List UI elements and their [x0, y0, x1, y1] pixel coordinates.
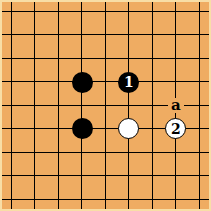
intersection-r4-c6[interactable]: 1 — [117, 70, 140, 93]
intersection-r7-c7[interactable] — [141, 141, 164, 164]
intersection-r7-c6[interactable] — [117, 141, 140, 164]
intersection-r6-c2[interactable] — [23, 117, 46, 140]
intersection-r5-c3[interactable] — [47, 94, 70, 117]
intersection-r5-c9[interactable] — [188, 94, 211, 117]
intersection-r5-c1[interactable] — [0, 94, 23, 117]
intersection-r9-c1[interactable] — [0, 188, 23, 211]
intersection-r2-c5[interactable] — [94, 23, 117, 46]
intersection-r4-c5[interactable] — [94, 70, 117, 93]
intersection-r6-c6[interactable] — [117, 117, 140, 140]
intersection-r3-c7[interactable] — [141, 47, 164, 70]
intersection-r1-c8[interactable] — [164, 0, 187, 23]
intersection-r3-c5[interactable] — [94, 47, 117, 70]
intersection-r7-c2[interactable] — [23, 141, 46, 164]
intersection-r6-c3[interactable] — [47, 117, 70, 140]
intersection-r3-c3[interactable] — [47, 47, 70, 70]
intersection-r1-c6[interactable] — [117, 0, 140, 23]
intersection-r2-c6[interactable] — [117, 23, 140, 46]
white-stone: 2 — [165, 118, 186, 139]
intersection-r9-c6[interactable] — [117, 188, 140, 211]
intersection-r7-c8[interactable] — [164, 141, 187, 164]
point-label-a: a — [168, 98, 184, 113]
intersection-r6-c4[interactable] — [70, 117, 93, 140]
intersection-r1-c3[interactable] — [47, 0, 70, 23]
intersection-r1-c2[interactable] — [23, 0, 46, 23]
intersection-r4-c7[interactable] — [141, 70, 164, 93]
intersection-r3-c4[interactable] — [70, 47, 93, 70]
intersection-r7-c5[interactable] — [94, 141, 117, 164]
intersection-r2-c4[interactable] — [70, 23, 93, 46]
go-board-grid: 1a2 — [0, 0, 211, 211]
intersection-r5-c2[interactable] — [23, 94, 46, 117]
intersection-r7-c9[interactable] — [188, 141, 211, 164]
intersection-r3-c1[interactable] — [0, 47, 23, 70]
intersection-r5-c7[interactable] — [141, 94, 164, 117]
intersection-r4-c3[interactable] — [47, 70, 70, 93]
white-stone — [118, 118, 139, 139]
intersection-r9-c7[interactable] — [141, 188, 164, 211]
intersection-r8-c6[interactable] — [117, 164, 140, 187]
intersection-r8-c9[interactable] — [188, 164, 211, 187]
intersection-r3-c8[interactable] — [164, 47, 187, 70]
intersection-r6-c7[interactable] — [141, 117, 164, 140]
intersection-r1-c4[interactable] — [70, 0, 93, 23]
move-number-2: 2 — [171, 121, 181, 135]
intersection-r1-c9[interactable] — [188, 0, 211, 23]
intersection-r8-c2[interactable] — [23, 164, 46, 187]
intersection-r3-c2[interactable] — [23, 47, 46, 70]
intersection-r6-c8[interactable]: 2 — [164, 117, 187, 140]
intersection-r9-c2[interactable] — [23, 188, 46, 211]
black-stone — [72, 118, 93, 139]
intersection-r8-c3[interactable] — [47, 164, 70, 187]
intersection-r9-c3[interactable] — [47, 188, 70, 211]
intersection-r4-c2[interactable] — [23, 70, 46, 93]
intersection-r3-c6[interactable] — [117, 47, 140, 70]
intersection-r7-c4[interactable] — [70, 141, 93, 164]
intersection-r2-c2[interactable] — [23, 23, 46, 46]
intersection-r2-c1[interactable] — [0, 23, 23, 46]
intersection-r8-c4[interactable] — [70, 164, 93, 187]
intersection-r2-c7[interactable] — [141, 23, 164, 46]
intersection-r7-c3[interactable] — [47, 141, 70, 164]
intersection-r1-c7[interactable] — [141, 0, 164, 23]
intersection-r8-c7[interactable] — [141, 164, 164, 187]
intersection-r6-c5[interactable] — [94, 117, 117, 140]
intersection-r5-c6[interactable] — [117, 94, 140, 117]
intersection-r6-c1[interactable] — [0, 117, 23, 140]
intersection-r2-c3[interactable] — [47, 23, 70, 46]
intersection-r4-c4[interactable] — [70, 70, 93, 93]
black-stone: 1 — [118, 72, 139, 93]
intersection-r6-c9[interactable] — [188, 117, 211, 140]
intersection-r8-c8[interactable] — [164, 164, 187, 187]
intersection-r9-c8[interactable] — [164, 188, 187, 211]
black-stone — [72, 72, 93, 93]
move-number-1: 1 — [124, 75, 134, 89]
intersection-r1-c1[interactable] — [0, 0, 23, 23]
intersection-r5-c4[interactable] — [70, 94, 93, 117]
intersection-r5-c5[interactable] — [94, 94, 117, 117]
intersection-r4-c1[interactable] — [0, 70, 23, 93]
intersection-r9-c5[interactable] — [94, 188, 117, 211]
intersection-r2-c8[interactable] — [164, 23, 187, 46]
intersection-r8-c1[interactable] — [0, 164, 23, 187]
intersection-r1-c5[interactable] — [94, 0, 117, 23]
intersection-r9-c4[interactable] — [70, 188, 93, 211]
intersection-r3-c9[interactable] — [188, 47, 211, 70]
intersection-r4-c8[interactable] — [164, 70, 187, 93]
intersection-r8-c5[interactable] — [94, 164, 117, 187]
go-board: 1a2 — [0, 0, 211, 211]
intersection-r9-c9[interactable] — [188, 188, 211, 211]
intersection-r2-c9[interactable] — [188, 23, 211, 46]
intersection-r4-c9[interactable] — [188, 70, 211, 93]
intersection-r7-c1[interactable] — [0, 141, 23, 164]
intersection-r5-c8[interactable]: a — [164, 94, 187, 117]
